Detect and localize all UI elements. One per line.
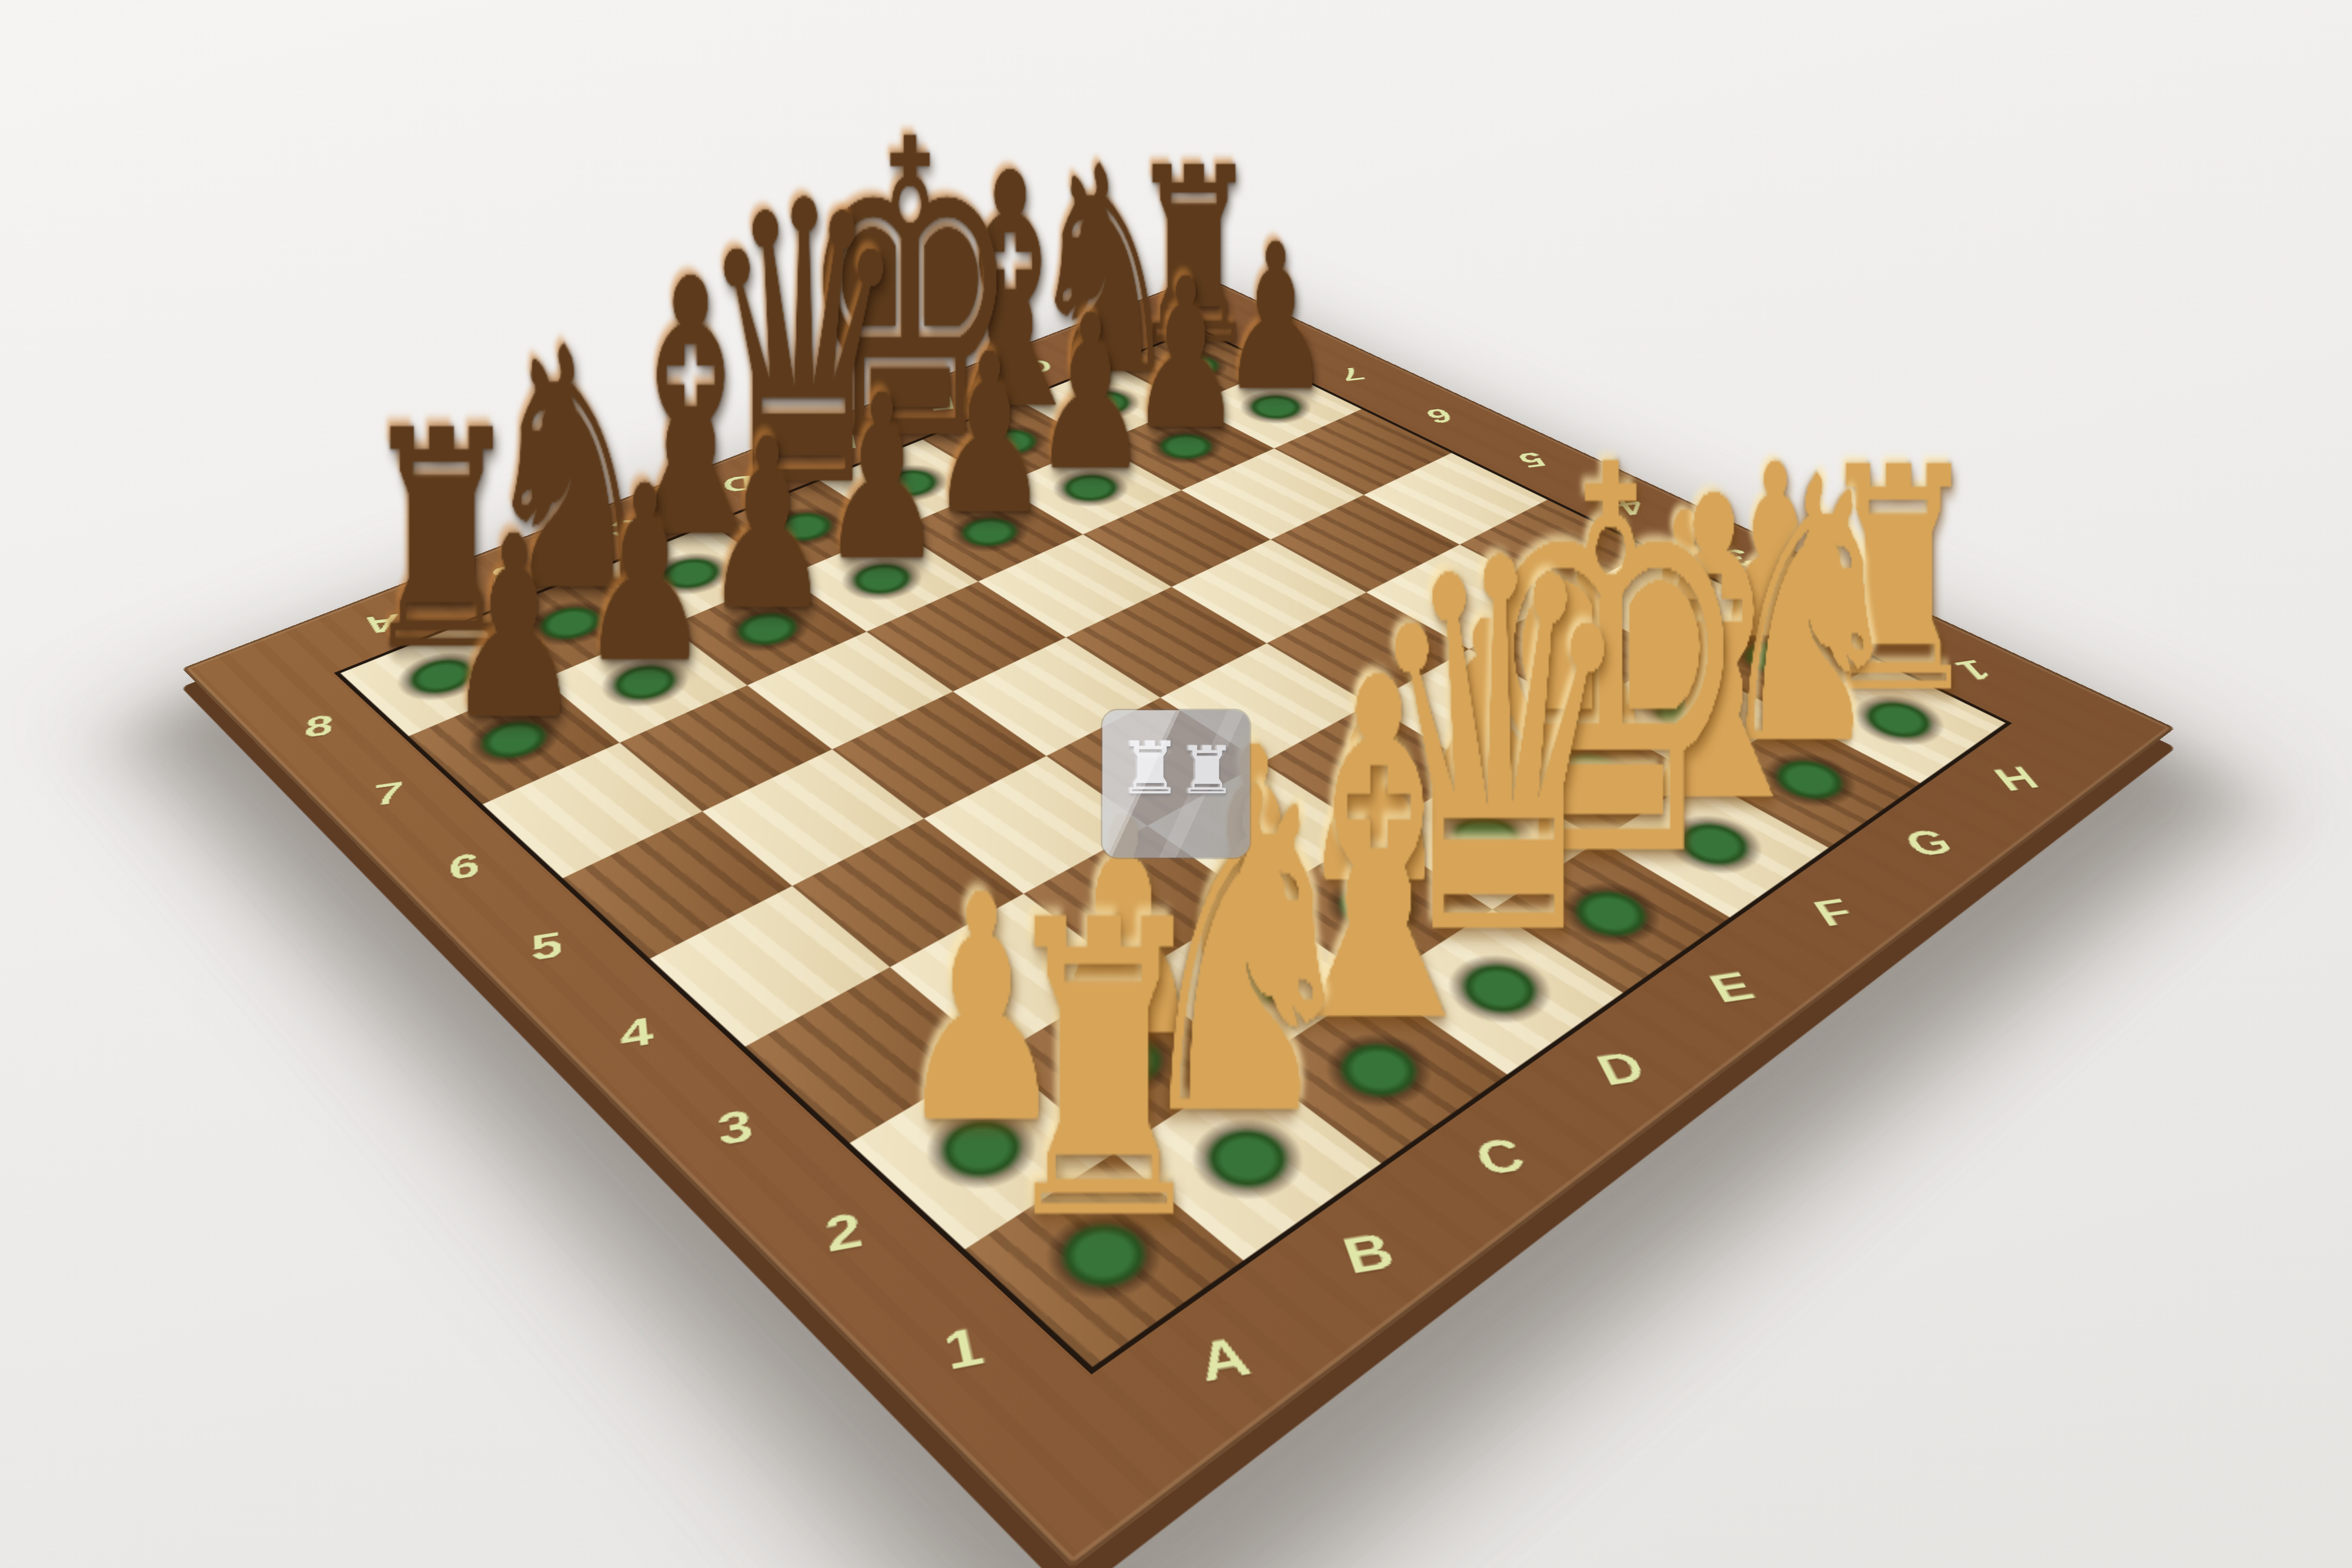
label-file-bottom-c: C [1468,1129,1534,1188]
square-a4[interactable] [650,886,890,1047]
label-rank-right-6: 6 [1421,403,1457,427]
label-rank-left-8: 8 [303,709,334,745]
label-rank-right-7: 7 [1335,363,1369,385]
label-rank-left-1: 1 [939,1315,990,1383]
photo-canvas: AABBCCDDEEFFGGHH8877665544332211♜♞♟♝♟♚♟♛… [0,0,2352,1568]
label-file-bottom-d: D [1589,1042,1655,1096]
two-rooks-watermark: ♜ ♜ ♜ [1102,710,1250,858]
label-file-bottom-g: G [1896,823,1963,865]
label-file-bottom-a: A [1192,1325,1258,1396]
label-rank-left-7: 7 [373,775,404,814]
square-b5[interactable] [702,750,924,886]
square-a5[interactable] [563,811,792,959]
label-rank-left-5: 5 [530,924,563,970]
label-rank-left-4: 4 [619,1008,656,1059]
black-pawn-glyph: ♟ [446,503,583,755]
label-rank-left-2: 2 [821,1203,867,1265]
square-c5[interactable] [832,691,1046,818]
chess-board: AABBCCDDEEFFGGHH8877665544332211♜♞♟♝♟♚♟♛… [182,275,2175,1568]
label-file-bottom-b: B [1336,1222,1402,1286]
label-rank-left-3: 3 [715,1101,756,1157]
label-file-bottom-f: F [1805,891,1864,935]
badge-sheen [1102,710,1250,858]
label-file-bottom-h: H [1986,760,2049,799]
label-file-bottom-e: E [1701,964,1763,1012]
square-b6[interactable] [620,686,832,811]
label-rank-left-6: 6 [449,846,480,888]
white-rook-glyph: ♜ [993,867,1215,1276]
